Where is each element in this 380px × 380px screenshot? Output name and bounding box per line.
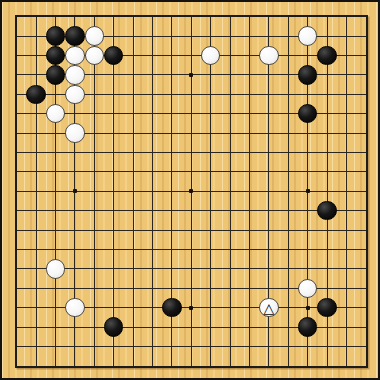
- white-stone: [65, 65, 84, 84]
- grid-line-horizontal: [17, 230, 366, 231]
- white-stone: [46, 259, 65, 278]
- go-board-diagram: △: [0, 0, 380, 380]
- white-stone: [65, 46, 84, 65]
- grid-line-vertical: [249, 17, 250, 366]
- white-stone: [259, 46, 278, 65]
- white-stone: [65, 85, 84, 104]
- star-point: [306, 306, 310, 310]
- black-stone: [65, 26, 84, 45]
- black-stone: [298, 65, 317, 84]
- black-stone: [317, 46, 336, 65]
- grid-line-horizontal: [17, 268, 366, 269]
- white-stone: [65, 123, 84, 142]
- grid-line-horizontal: [17, 249, 366, 250]
- black-stone: [317, 201, 336, 220]
- grid-line-horizontal: [17, 210, 366, 211]
- black-stone: [317, 298, 336, 317]
- black-stone: [46, 26, 65, 45]
- white-stone: [85, 46, 104, 65]
- black-stone: [162, 298, 181, 317]
- black-stone: [46, 65, 65, 84]
- white-stone-last-move: △: [259, 298, 278, 317]
- grid-line-vertical: [288, 17, 289, 366]
- black-stone: [26, 85, 45, 104]
- black-stone: [298, 317, 317, 336]
- black-stone: [104, 317, 123, 336]
- star-point: [189, 306, 193, 310]
- white-stone: [298, 26, 317, 45]
- white-stone: [65, 298, 84, 317]
- white-stone: [85, 26, 104, 45]
- grid-line-horizontal: [17, 346, 366, 347]
- grid-line-vertical: [210, 17, 211, 366]
- grid-line-vertical: [346, 17, 347, 366]
- star-point: [306, 189, 310, 193]
- goban[interactable]: △: [0, 0, 380, 380]
- star-point: [189, 73, 193, 77]
- grid-line-vertical: [230, 17, 231, 366]
- triangle-mark-icon: △: [263, 300, 274, 314]
- star-point: [73, 189, 77, 193]
